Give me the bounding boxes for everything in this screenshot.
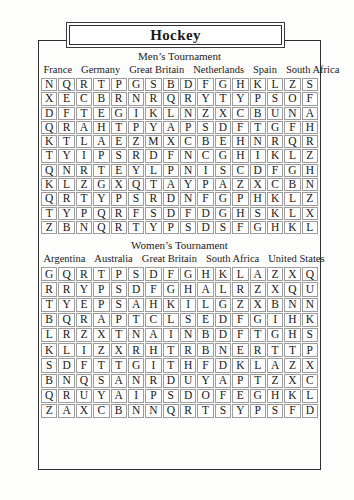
grid-cell[interactable]: I xyxy=(163,328,179,342)
grid-cell[interactable]: I xyxy=(250,149,266,162)
grid-cell[interactable]: D xyxy=(180,389,196,403)
grid-cell[interactable]: D xyxy=(302,404,318,418)
grid-cell[interactable]: P xyxy=(180,121,196,134)
grid-cell[interactable]: G xyxy=(215,192,231,205)
grid-cell[interactable]: X xyxy=(302,207,318,220)
grid-cell[interactable]: Q xyxy=(163,404,179,418)
grid-cell[interactable]: S xyxy=(111,282,127,296)
grid-cell[interactable]: G xyxy=(163,282,179,296)
grid-cell[interactable]: X xyxy=(284,267,300,281)
grid-cell[interactable]: T xyxy=(163,343,179,357)
grid-cell[interactable]: Q xyxy=(163,92,179,105)
grid-cell[interactable]: R xyxy=(58,389,74,403)
grid-cell[interactable]: Z xyxy=(76,178,92,191)
grid-cell[interactable]: K xyxy=(145,107,161,120)
grid-cell[interactable]: G xyxy=(267,121,283,134)
grid-cell[interactable]: H xyxy=(232,207,248,220)
grid-cell[interactable]: I xyxy=(267,313,283,327)
grid-cell[interactable]: B xyxy=(267,298,283,312)
grid-cell[interactable]: Y xyxy=(58,298,74,312)
grid-cell[interactable]: H xyxy=(284,313,300,327)
grid-cell[interactable]: G xyxy=(93,178,109,191)
grid-cell[interactable]: S xyxy=(180,313,196,327)
grid-cell[interactable]: T xyxy=(93,267,109,281)
grid-cell[interactable]: R xyxy=(145,92,161,105)
grid-cell[interactable]: T xyxy=(250,121,266,134)
grid-cell[interactable]: B xyxy=(197,135,213,148)
grid-cell[interactable]: H xyxy=(232,149,248,162)
grid-cell[interactable]: R xyxy=(302,135,318,148)
grid-cell[interactable]: O xyxy=(284,92,300,105)
grid-cell[interactable]: D xyxy=(145,149,161,162)
grid-cell[interactable]: Q xyxy=(41,389,57,403)
grid-cell[interactable]: X xyxy=(163,135,179,148)
grid-cell[interactable]: K xyxy=(267,207,283,220)
grid-cell[interactable]: N xyxy=(145,404,161,418)
grid-cell[interactable]: Q xyxy=(41,164,57,177)
grid-cell[interactable]: E xyxy=(197,313,213,327)
grid-cell[interactable]: R xyxy=(58,192,74,205)
grid-cell[interactable]: S xyxy=(111,298,127,312)
grid-cell[interactable]: G xyxy=(250,221,266,234)
grid-cell[interactable]: N xyxy=(76,221,92,234)
grid-cell[interactable]: S xyxy=(302,328,318,342)
grid-cell[interactable]: I xyxy=(76,149,92,162)
grid-cell[interactable]: A xyxy=(111,374,127,388)
grid-cell[interactable]: L xyxy=(76,135,92,148)
grid-cell[interactable]: R xyxy=(76,164,92,177)
grid-cell[interactable]: R xyxy=(128,343,144,357)
grid-cell[interactable]: Z xyxy=(232,178,248,191)
grid-cell[interactable]: P xyxy=(111,192,127,205)
grid-cell[interactable]: T xyxy=(41,207,57,220)
grid-cell[interactable]: F xyxy=(163,149,179,162)
grid-cell[interactable]: L xyxy=(58,178,74,191)
grid-cell[interactable]: D xyxy=(163,192,179,205)
grid-cell[interactable]: T xyxy=(93,78,109,91)
grid-cell[interactable]: R xyxy=(111,207,127,220)
grid-cell[interactable]: H xyxy=(145,298,161,312)
grid-cell[interactable]: F xyxy=(267,164,283,177)
grid-cell[interactable]: L xyxy=(302,389,318,403)
grid-cell[interactable]: G xyxy=(215,78,231,91)
grid-cell[interactable]: A xyxy=(93,135,109,148)
grid-cell[interactable]: N xyxy=(180,164,196,177)
grid-cell[interactable]: S xyxy=(180,221,196,234)
grid-cell[interactable]: G xyxy=(128,78,144,91)
grid-cell[interactable]: C xyxy=(93,404,109,418)
grid-cell[interactable]: H xyxy=(145,343,161,357)
grid-cell[interactable]: F xyxy=(284,121,300,134)
grid-cell[interactable]: A xyxy=(267,358,283,372)
grid-cell[interactable]: P xyxy=(302,343,318,357)
grid-cell[interactable]: D xyxy=(215,358,231,372)
grid-cell[interactable]: I xyxy=(128,107,144,120)
grid-cell[interactable]: L xyxy=(284,192,300,205)
grid-cell[interactable]: X xyxy=(215,107,231,120)
grid-cell[interactable]: T xyxy=(76,192,92,205)
grid-cell[interactable]: Z xyxy=(284,78,300,91)
grid-cell[interactable]: F xyxy=(58,107,74,120)
grid-cell[interactable]: N xyxy=(180,107,196,120)
grid-cell[interactable]: P xyxy=(163,221,179,234)
grid-cell[interactable]: Q xyxy=(302,267,318,281)
grid-cell[interactable]: Q xyxy=(58,313,74,327)
grid-cell[interactable]: R xyxy=(76,313,92,327)
grid-cell[interactable]: F xyxy=(232,328,248,342)
grid-cell[interactable]: I xyxy=(128,389,144,403)
grid-cell[interactable]: C xyxy=(232,107,248,120)
grid-cell[interactable]: X xyxy=(111,178,127,191)
grid-cell[interactable]: T xyxy=(145,178,161,191)
grid-cell[interactable]: E xyxy=(232,343,248,357)
grid-cell[interactable]: R xyxy=(111,92,127,105)
grid-cell[interactable]: P xyxy=(93,149,109,162)
grid-cell[interactable]: L xyxy=(163,107,179,120)
grid-cell[interactable]: H xyxy=(197,267,213,281)
grid-cell[interactable]: C xyxy=(180,135,196,148)
grid-cell[interactable]: D xyxy=(197,207,213,220)
grid-cell[interactable]: H xyxy=(267,221,283,234)
grid-cell[interactable]: L xyxy=(267,78,283,91)
grid-cell[interactable]: S xyxy=(267,92,283,105)
grid-cell[interactable]: Q xyxy=(76,374,92,388)
grid-cell[interactable]: I xyxy=(145,358,161,372)
grid-cell[interactable]: B xyxy=(41,313,57,327)
grid-cell[interactable]: L xyxy=(250,358,266,372)
grid-cell[interactable]: Y xyxy=(93,389,109,403)
grid-cell[interactable]: R xyxy=(267,135,283,148)
grid-cell[interactable]: K xyxy=(41,178,57,191)
grid-cell[interactable]: Y xyxy=(232,92,248,105)
grid-cell[interactable]: C xyxy=(232,164,248,177)
grid-cell[interactable]: R xyxy=(58,121,74,134)
grid-cell[interactable]: T xyxy=(111,328,127,342)
grid-cell[interactable]: N xyxy=(215,343,231,357)
grid-cell[interactable]: X xyxy=(267,282,283,296)
grid-cell[interactable]: P xyxy=(232,374,248,388)
grid-cell[interactable]: T xyxy=(163,358,179,372)
grid-cell[interactable]: T xyxy=(128,313,144,327)
grid-cell[interactable]: Y xyxy=(145,221,161,234)
grid-cell[interactable]: A xyxy=(93,313,109,327)
grid-cell[interactable]: U xyxy=(302,282,318,296)
grid-cell[interactable]: T xyxy=(41,149,57,162)
grid-cell[interactable]: F xyxy=(232,221,248,234)
grid-cell[interactable]: A xyxy=(58,404,74,418)
grid-cell[interactable]: N xyxy=(284,107,300,120)
grid-cell[interactable]: A xyxy=(163,121,179,134)
grid-cell[interactable]: B xyxy=(250,107,266,120)
grid-cell[interactable]: P xyxy=(111,313,127,327)
grid-cell[interactable]: Y xyxy=(197,374,213,388)
grid-cell[interactable]: T xyxy=(215,92,231,105)
grid-cell[interactable]: B xyxy=(284,178,300,191)
grid-cell[interactable]: F xyxy=(215,389,231,403)
grid-cell[interactable]: C xyxy=(267,178,283,191)
grid-cell[interactable]: N xyxy=(180,149,196,162)
grid-cell[interactable]: Z xyxy=(232,298,248,312)
grid-cell[interactable]: R xyxy=(111,221,127,234)
grid-cell[interactable]: Y xyxy=(76,282,92,296)
grid-cell[interactable]: F xyxy=(197,192,213,205)
grid-cell[interactable]: E xyxy=(111,164,127,177)
grid-cell[interactable]: S xyxy=(197,121,213,134)
grid-cell[interactable]: H xyxy=(302,164,318,177)
grid-cell[interactable]: E xyxy=(76,298,92,312)
grid-cell[interactable]: A xyxy=(111,389,127,403)
grid-cell[interactable]: H xyxy=(250,192,266,205)
grid-cell[interactable]: O xyxy=(197,389,213,403)
grid-cell[interactable]: K xyxy=(163,298,179,312)
grid-cell[interactable]: X xyxy=(111,343,127,357)
grid-cell[interactable]: E xyxy=(232,389,248,403)
grid-cell[interactable]: K xyxy=(41,343,57,357)
grid-cell[interactable]: Z xyxy=(267,374,283,388)
grid-cell[interactable]: P xyxy=(232,192,248,205)
grid-cell[interactable]: G xyxy=(250,313,266,327)
grid-cell[interactable]: F xyxy=(76,358,92,372)
grid-cell[interactable]: X xyxy=(250,298,266,312)
grid-cell[interactable]: N xyxy=(128,92,144,105)
grid-cell[interactable]: L xyxy=(145,164,161,177)
grid-cell[interactable]: B xyxy=(93,92,109,105)
grid-cell[interactable]: R xyxy=(58,282,74,296)
grid-cell[interactable]: R xyxy=(250,343,266,357)
grid-cell[interactable]: D xyxy=(215,328,231,342)
grid-cell[interactable]: L xyxy=(284,207,300,220)
grid-cell[interactable]: N xyxy=(250,135,266,148)
grid-cell[interactable]: R xyxy=(128,149,144,162)
grid-cell[interactable]: K xyxy=(215,267,231,281)
grid-cell[interactable]: N xyxy=(128,374,144,388)
grid-cell[interactable]: P xyxy=(250,92,266,105)
grid-cell[interactable]: T xyxy=(250,328,266,342)
grid-cell[interactable]: P xyxy=(128,121,144,134)
grid-cell[interactable]: Z xyxy=(284,358,300,372)
grid-cell[interactable]: Q xyxy=(93,221,109,234)
grid-cell[interactable]: G xyxy=(267,328,283,342)
grid-cell[interactable]: T xyxy=(284,343,300,357)
grid-cell[interactable]: Y xyxy=(145,121,161,134)
grid-cell[interactable]: Z xyxy=(41,221,57,234)
grid-cell[interactable]: X xyxy=(93,328,109,342)
grid-cell[interactable]: Y xyxy=(232,404,248,418)
grid-cell[interactable]: G xyxy=(41,267,57,281)
grid-cell[interactable]: N xyxy=(284,298,300,312)
grid-cell[interactable]: S xyxy=(41,358,57,372)
grid-cell[interactable]: R xyxy=(180,404,196,418)
grid-cell[interactable]: B xyxy=(163,78,179,91)
grid-cell[interactable]: T xyxy=(93,164,109,177)
grid-cell[interactable]: S xyxy=(163,389,179,403)
grid-cell[interactable]: K xyxy=(302,313,318,327)
grid-cell[interactable]: K xyxy=(250,78,266,91)
grid-cell[interactable]: P xyxy=(111,267,127,281)
grid-cell[interactable]: S xyxy=(145,207,161,220)
grid-cell[interactable]: C xyxy=(302,374,318,388)
grid-cell[interactable]: A xyxy=(197,282,213,296)
grid-cell[interactable]: R xyxy=(145,192,161,205)
grid-cell[interactable]: D xyxy=(128,282,144,296)
grid-cell[interactable]: A xyxy=(128,298,144,312)
grid-cell[interactable]: G xyxy=(215,149,231,162)
grid-cell[interactable]: T xyxy=(250,374,266,388)
grid-cell[interactable]: G xyxy=(111,107,127,120)
grid-cell[interactable]: D xyxy=(215,121,231,134)
grid-cell[interactable]: H xyxy=(180,282,196,296)
grid-cell[interactable]: K xyxy=(232,358,248,372)
grid-cell[interactable]: F xyxy=(197,358,213,372)
grid-cell[interactable]: R xyxy=(76,78,92,91)
grid-cell[interactable]: F xyxy=(163,267,179,281)
grid-cell[interactable]: D xyxy=(163,207,179,220)
grid-cell[interactable]: T xyxy=(128,221,144,234)
grid-cell[interactable]: D xyxy=(145,267,161,281)
grid-cell[interactable]: L xyxy=(215,282,231,296)
grid-cell[interactable]: C xyxy=(197,149,213,162)
grid-cell[interactable]: Q xyxy=(41,192,57,205)
grid-cell[interactable]: G xyxy=(128,358,144,372)
grid-cell[interactable]: G xyxy=(215,207,231,220)
grid-cell[interactable]: H xyxy=(180,358,196,372)
grid-cell[interactable]: L xyxy=(41,328,57,342)
grid-cell[interactable]: A xyxy=(302,107,318,120)
grid-cell[interactable]: F xyxy=(232,121,248,134)
grid-cell[interactable]: F xyxy=(232,313,248,327)
grid-cell[interactable]: E xyxy=(58,92,74,105)
grid-cell[interactable]: R xyxy=(145,374,161,388)
grid-cell[interactable]: F xyxy=(180,207,196,220)
grid-cell[interactable]: P xyxy=(93,298,109,312)
grid-cell[interactable]: H xyxy=(232,78,248,91)
grid-cell[interactable]: R xyxy=(232,282,248,296)
grid-cell[interactable]: N xyxy=(58,164,74,177)
grid-cell[interactable]: Z xyxy=(302,192,318,205)
grid-cell[interactable]: X xyxy=(41,92,57,105)
grid-cell[interactable]: G xyxy=(180,267,196,281)
grid-cell[interactable]: Y xyxy=(180,178,196,191)
grid-cell[interactable]: Y xyxy=(58,207,74,220)
grid-cell[interactable]: Z xyxy=(250,282,266,296)
grid-cell[interactable]: N xyxy=(58,374,74,388)
grid-cell[interactable]: C xyxy=(145,313,161,327)
grid-cell[interactable]: S xyxy=(128,192,144,205)
grid-cell[interactable]: F xyxy=(284,404,300,418)
grid-cell[interactable]: F xyxy=(302,92,318,105)
grid-cell[interactable]: T xyxy=(111,121,127,134)
grid-cell[interactable]: G xyxy=(284,164,300,177)
grid-cell[interactable]: T xyxy=(58,135,74,148)
grid-cell[interactable]: D xyxy=(163,374,179,388)
grid-cell[interactable]: M xyxy=(145,135,161,148)
grid-cell[interactable]: A xyxy=(163,178,179,191)
grid-cell[interactable]: Z xyxy=(41,404,57,418)
grid-cell[interactable]: X xyxy=(76,404,92,418)
grid-cell[interactable]: Y xyxy=(197,92,213,105)
grid-cell[interactable]: A xyxy=(76,121,92,134)
grid-cell[interactable]: S xyxy=(302,78,318,91)
grid-cell[interactable]: P xyxy=(197,178,213,191)
grid-cell[interactable]: U xyxy=(267,107,283,120)
grid-cell[interactable]: A xyxy=(215,178,231,191)
grid-cell[interactable]: Z xyxy=(128,135,144,148)
grid-cell[interactable]: N xyxy=(302,298,318,312)
grid-cell[interactable]: D xyxy=(180,78,196,91)
grid-cell[interactable]: I xyxy=(180,298,196,312)
grid-cell[interactable]: G xyxy=(215,298,231,312)
grid-cell[interactable]: P xyxy=(145,389,161,403)
grid-cell[interactable]: H xyxy=(267,389,283,403)
grid-cell[interactable]: S xyxy=(215,404,231,418)
grid-cell[interactable]: Z xyxy=(267,267,283,281)
grid-cell[interactable]: P xyxy=(250,404,266,418)
grid-cell[interactable]: S xyxy=(250,207,266,220)
grid-cell[interactable]: Y xyxy=(93,192,109,205)
grid-cell[interactable]: B xyxy=(41,374,57,388)
grid-cell[interactable]: B xyxy=(58,221,74,234)
grid-cell[interactable]: N xyxy=(302,178,318,191)
grid-cell[interactable]: Y xyxy=(128,164,144,177)
grid-cell[interactable]: L xyxy=(197,298,213,312)
grid-cell[interactable]: H xyxy=(232,135,248,148)
grid-cell[interactable]: S xyxy=(128,267,144,281)
grid-cell[interactable]: B xyxy=(197,328,213,342)
grid-cell[interactable]: R xyxy=(58,328,74,342)
grid-cell[interactable]: Q xyxy=(284,135,300,148)
grid-cell[interactable]: K xyxy=(284,221,300,234)
grid-cell[interactable]: P xyxy=(93,282,109,296)
grid-cell[interactable]: T xyxy=(197,404,213,418)
grid-cell[interactable]: P xyxy=(163,164,179,177)
grid-cell[interactable]: N xyxy=(180,192,196,205)
grid-cell[interactable]: Q xyxy=(58,267,74,281)
grid-cell[interactable]: N xyxy=(41,78,57,91)
grid-cell[interactable]: S xyxy=(145,78,161,91)
grid-cell[interactable]: S xyxy=(215,164,231,177)
grid-cell[interactable]: E xyxy=(111,135,127,148)
grid-cell[interactable]: T xyxy=(41,298,57,312)
grid-cell[interactable]: S xyxy=(215,221,231,234)
grid-cell[interactable]: F xyxy=(145,282,161,296)
grid-cell[interactable]: T xyxy=(93,358,109,372)
grid-cell[interactable]: B xyxy=(197,343,213,357)
grid-cell[interactable]: H xyxy=(302,121,318,134)
grid-cell[interactable]: X xyxy=(302,358,318,372)
grid-cell[interactable]: E xyxy=(215,135,231,148)
grid-cell[interactable]: C xyxy=(76,92,92,105)
grid-cell[interactable]: N xyxy=(128,404,144,418)
grid-cell[interactable]: D xyxy=(41,107,57,120)
grid-cell[interactable]: D xyxy=(215,313,231,327)
grid-cell[interactable]: S xyxy=(267,404,283,418)
grid-cell[interactable]: K xyxy=(267,192,283,205)
grid-cell[interactable]: Q xyxy=(41,121,57,134)
grid-cell[interactable]: A xyxy=(145,328,161,342)
grid-cell[interactable]: N xyxy=(128,328,144,342)
grid-cell[interactable]: Z xyxy=(93,343,109,357)
grid-cell[interactable]: L xyxy=(302,221,318,234)
grid-cell[interactable]: U xyxy=(76,389,92,403)
grid-cell[interactable]: P xyxy=(111,78,127,91)
grid-cell[interactable]: Y xyxy=(58,149,74,162)
grid-cell[interactable]: H xyxy=(284,328,300,342)
grid-cell[interactable]: S xyxy=(93,374,109,388)
grid-cell[interactable]: D xyxy=(197,221,213,234)
grid-cell[interactable]: I xyxy=(76,343,92,357)
grid-cell[interactable]: Q xyxy=(284,282,300,296)
grid-cell[interactable]: G xyxy=(250,389,266,403)
